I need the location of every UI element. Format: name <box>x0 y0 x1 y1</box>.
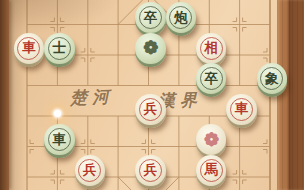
piece-glyph: 士 <box>48 37 71 60</box>
piece-chariot-green[interactable]: 車 <box>44 127 74 158</box>
move-hint-dot[interactable] <box>54 110 61 117</box>
piece-glyph: 象 <box>260 67 283 90</box>
piece-hidden-green-hidden[interactable]: ❁ <box>135 36 165 67</box>
piece-glyph: 車 <box>17 37 40 60</box>
board-cell: ❁ <box>133 40 163 71</box>
board-intersection-grid: 卒炮車士❁相卒象兵車車❁兵兵馬 <box>12 9 285 190</box>
board-cell: 車 <box>42 131 72 162</box>
piece-soldier-red[interactable]: 兵 <box>75 158 105 189</box>
piece-soldier-red[interactable]: 兵 <box>135 158 165 189</box>
piece-glyph: 車 <box>48 128 71 151</box>
piece-glyph: 卒 <box>139 6 162 29</box>
piece-glyph: 兵 <box>139 159 162 182</box>
piece-glyph: 炮 <box>169 6 192 29</box>
board-cell: 象 <box>255 70 285 101</box>
board-cell: 兵 <box>73 162 103 190</box>
board-cell: 卒 <box>194 70 224 101</box>
piece-soldier-green[interactable]: 卒 <box>135 5 165 36</box>
piece-glyph: 馬 <box>200 159 223 182</box>
board-cell: 士 <box>42 40 72 71</box>
piece-glyph: 兵 <box>78 159 101 182</box>
piece-chariot-red[interactable]: 車 <box>14 36 44 67</box>
board-cell: 馬 <box>194 162 224 190</box>
piece-horse-red[interactable]: 馬 <box>196 158 226 189</box>
piece-elephant-green[interactable]: 象 <box>257 66 287 97</box>
piece-elephant-red[interactable]: 相 <box>196 36 226 67</box>
board-cell: 兵 <box>133 162 163 190</box>
wood-frame-left <box>0 0 9 190</box>
piece-hidden-red-hidden[interactable]: ❁ <box>196 127 226 158</box>
piece-chariot-red[interactable]: 車 <box>226 97 256 128</box>
piece-cannon-green[interactable]: 炮 <box>166 5 196 36</box>
piece-advisor-green[interactable]: 士 <box>44 36 74 67</box>
piece-soldier-green[interactable]: 卒 <box>196 66 226 97</box>
board-cell: 車 <box>12 40 42 71</box>
board-cell: 炮 <box>164 9 194 40</box>
piece-glyph: 兵 <box>139 98 162 121</box>
board-cell <box>42 101 72 132</box>
piece-glyph: ❁ <box>140 38 161 59</box>
piece-glyph: 相 <box>200 37 223 60</box>
piece-glyph: ❁ <box>201 129 222 150</box>
piece-glyph: 車 <box>230 98 253 121</box>
xiangqi-board: 楚河 漢界 卒炮車士❁相卒象兵車車❁兵兵馬 <box>0 0 304 190</box>
piece-soldier-red[interactable]: 兵 <box>135 97 165 128</box>
board-cell: 兵 <box>133 101 163 132</box>
board-cell: 車 <box>224 101 254 132</box>
piece-glyph: 卒 <box>200 67 223 90</box>
